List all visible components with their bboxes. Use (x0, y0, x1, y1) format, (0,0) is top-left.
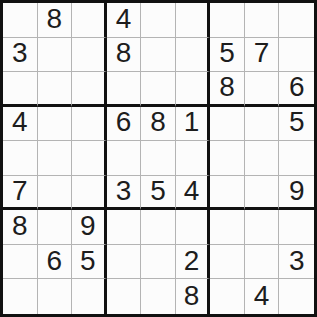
cell-r7c3: 9 (72, 210, 107, 245)
cell-r8c4[interactable] (107, 245, 142, 280)
cell-r4c9: 5 (279, 107, 314, 142)
cell-r8c6: 2 (176, 245, 211, 280)
cell-r6c6: 4 (176, 176, 211, 211)
sudoku-puzzle: 84385786468157354989652384 (0, 0, 317, 317)
cell-r5c9[interactable] (279, 141, 314, 176)
cell-r6c5: 5 (141, 176, 176, 211)
cell-r1c9[interactable] (279, 3, 314, 38)
cell-r1c3[interactable] (72, 3, 107, 38)
cell-r4c5: 8 (141, 107, 176, 142)
cell-r9c1[interactable] (3, 279, 38, 314)
cell-r3c4[interactable] (107, 72, 142, 107)
cell-r2c5[interactable] (141, 38, 176, 73)
cell-r3c1[interactable] (3, 72, 38, 107)
cell-r3c8[interactable] (245, 72, 280, 107)
cell-r1c4: 4 (107, 3, 142, 38)
cell-r7c7[interactable] (210, 210, 245, 245)
cell-r4c8[interactable] (245, 107, 280, 142)
cell-r2c3[interactable] (72, 38, 107, 73)
cell-r5c8[interactable] (245, 141, 280, 176)
cell-r9c7[interactable] (210, 279, 245, 314)
cell-r3c2[interactable] (38, 72, 73, 107)
cell-r5c4[interactable] (107, 141, 142, 176)
cell-r7c2[interactable] (38, 210, 73, 245)
cell-r1c2: 8 (38, 3, 73, 38)
cell-r8c9: 3 (279, 245, 314, 280)
cell-r7c6[interactable] (176, 210, 211, 245)
cell-r6c8[interactable] (245, 176, 280, 211)
cell-r2c1: 3 (3, 38, 38, 73)
cell-r6c7[interactable] (210, 176, 245, 211)
cell-r4c6: 1 (176, 107, 211, 142)
cell-r2c9[interactable] (279, 38, 314, 73)
cell-r7c1: 8 (3, 210, 38, 245)
cell-r6c4: 3 (107, 176, 142, 211)
cell-r9c2[interactable] (38, 279, 73, 314)
cell-r3c5[interactable] (141, 72, 176, 107)
cell-r4c2[interactable] (38, 107, 73, 142)
cell-r6c9: 9 (279, 176, 314, 211)
cell-r3c7: 8 (210, 72, 245, 107)
cell-r2c6[interactable] (176, 38, 211, 73)
sudoku-board: 84385786468157354989652384 (0, 0, 317, 317)
cell-r1c1[interactable] (3, 3, 38, 38)
cell-r8c7[interactable] (210, 245, 245, 280)
cell-r7c4[interactable] (107, 210, 142, 245)
cell-r5c7[interactable] (210, 141, 245, 176)
cell-r5c6[interactable] (176, 141, 211, 176)
cell-r9c5[interactable] (141, 279, 176, 314)
cell-r3c3[interactable] (72, 72, 107, 107)
cell-r7c9[interactable] (279, 210, 314, 245)
cell-r2c8: 7 (245, 38, 280, 73)
cell-r9c3[interactable] (72, 279, 107, 314)
cell-r5c5[interactable] (141, 141, 176, 176)
cell-r6c1: 7 (3, 176, 38, 211)
cell-r8c8[interactable] (245, 245, 280, 280)
cell-r2c4: 8 (107, 38, 142, 73)
cell-r4c7[interactable] (210, 107, 245, 142)
cell-r5c3[interactable] (72, 141, 107, 176)
cell-r8c1[interactable] (3, 245, 38, 280)
cell-r8c3: 5 (72, 245, 107, 280)
cell-r1c8[interactable] (245, 3, 280, 38)
cell-r1c6[interactable] (176, 3, 211, 38)
cell-r9c4[interactable] (107, 279, 142, 314)
cell-r4c1: 4 (3, 107, 38, 142)
cell-r5c1[interactable] (3, 141, 38, 176)
cell-r8c5[interactable] (141, 245, 176, 280)
cell-r9c9[interactable] (279, 279, 314, 314)
cell-r4c3[interactable] (72, 107, 107, 142)
cell-r4c4: 6 (107, 107, 142, 142)
cell-r1c5[interactable] (141, 3, 176, 38)
cell-r6c2[interactable] (38, 176, 73, 211)
cell-r5c2[interactable] (38, 141, 73, 176)
cell-r6c3[interactable] (72, 176, 107, 211)
cell-r9c6: 8 (176, 279, 211, 314)
cell-r8c2: 6 (38, 245, 73, 280)
cell-r1c7[interactable] (210, 3, 245, 38)
cell-r2c2[interactable] (38, 38, 73, 73)
cell-r3c6[interactable] (176, 72, 211, 107)
cell-r2c7: 5 (210, 38, 245, 73)
cell-r3c9: 6 (279, 72, 314, 107)
cell-r7c8[interactable] (245, 210, 280, 245)
cell-r9c8: 4 (245, 279, 280, 314)
cell-r7c5[interactable] (141, 210, 176, 245)
